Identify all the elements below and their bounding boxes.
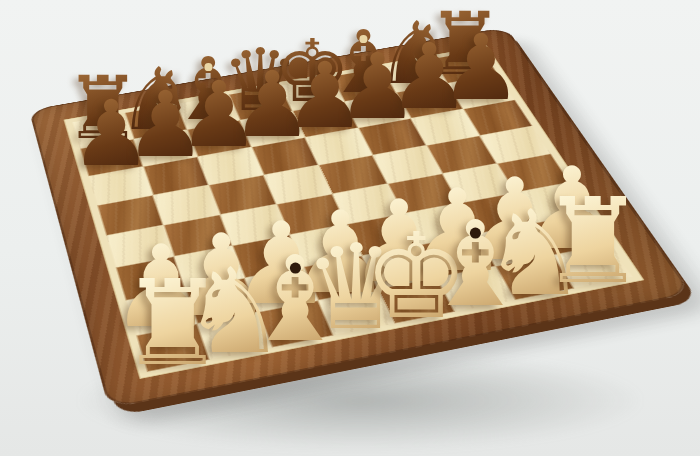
piece-white-rook[interactable]: ♜ (540, 183, 646, 301)
white-bishop-finial (470, 228, 481, 239)
white-bishop-finial (290, 263, 301, 274)
pieces-layer: ♜♞♝♛♚♝♞♜♟♟♟♟♟♟♟♟♟♟♟♟♟♟♟♟♜♞♝♛♚♝♞♜ (0, 0, 700, 456)
chess-set-photo: ♜♞♝♛♚♝♞♜♟♟♟♟♟♟♟♟♟♟♟♟♟♟♟♟♜♞♝♛♚♝♞♜ (0, 0, 700, 456)
piece-black-pawn[interactable]: ♟ (440, 24, 521, 115)
